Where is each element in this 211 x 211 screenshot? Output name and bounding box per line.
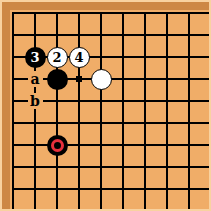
point-label-b: b bbox=[24, 90, 46, 112]
go-diagram: 324ab bbox=[0, 0, 211, 211]
point-label-text: a bbox=[28, 71, 43, 87]
stone-white-2: 2 bbox=[46, 46, 68, 68]
stone-white bbox=[90, 68, 112, 90]
white-stone-icon bbox=[91, 69, 112, 90]
circle-mark-icon bbox=[51, 139, 64, 152]
stone-black bbox=[46, 68, 68, 90]
black-stone-icon: 3 bbox=[25, 47, 46, 68]
white-stone-icon: 2 bbox=[47, 47, 68, 68]
point-label-a: a bbox=[24, 68, 46, 90]
stone-black-circled bbox=[46, 134, 68, 156]
black-stone-icon bbox=[47, 69, 68, 90]
point-label-text: b bbox=[28, 93, 43, 109]
white-stone-icon: 4 bbox=[69, 47, 90, 68]
stone-white-4: 4 bbox=[68, 46, 90, 68]
stone-black-3: 3 bbox=[24, 46, 46, 68]
star-point-marker bbox=[68, 68, 90, 90]
hoshi-icon bbox=[76, 76, 82, 82]
go-board-grid: 324ab bbox=[2, 2, 211, 211]
black-stone-icon bbox=[47, 135, 68, 156]
